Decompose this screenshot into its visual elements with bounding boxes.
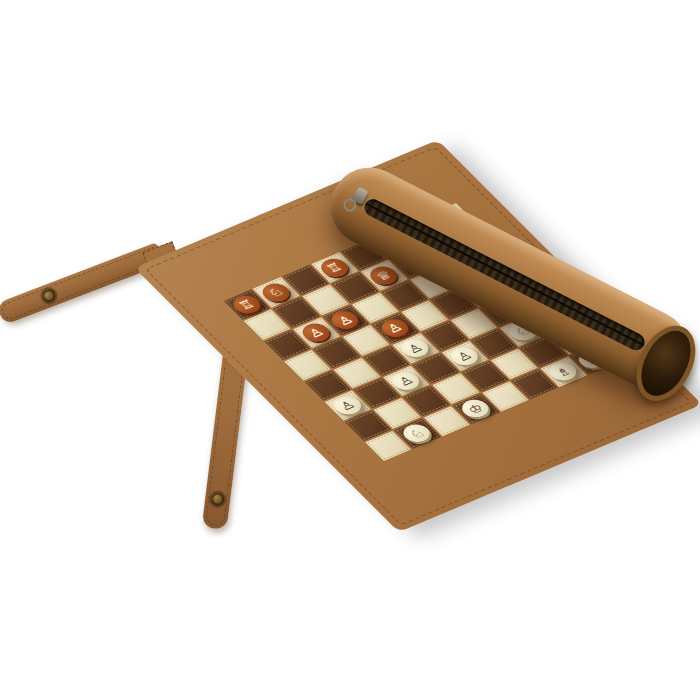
roll-strap-upper [0,242,165,325]
product-photo-canvas: ♖♘♖♕♗♙♙♘♙♙♙♙♙♘♘♔♗♖ [0,0,700,700]
strap-stitching [0,246,161,321]
